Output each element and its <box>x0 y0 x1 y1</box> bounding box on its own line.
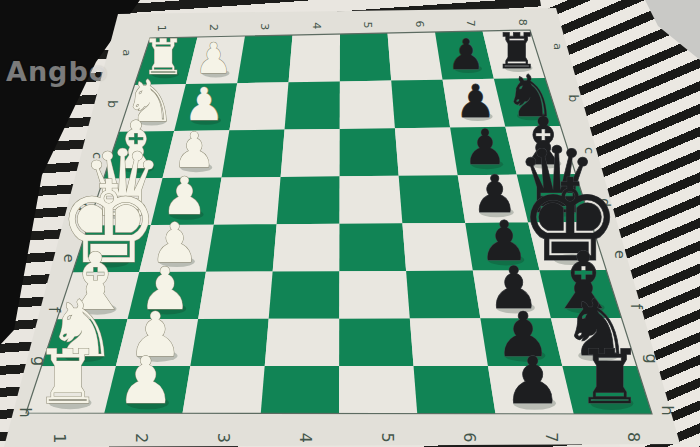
rank-label-bottom-2: 2 <box>132 433 151 443</box>
square-a6[interactable] <box>388 32 443 81</box>
rank-label-top-4: 4 <box>310 22 323 29</box>
rank-label-top-7: 7 <box>464 20 477 27</box>
square-e6[interactable] <box>402 223 472 271</box>
rank-label-bottom-3: 3 <box>214 433 233 443</box>
rank-label-top-5: 5 <box>361 21 374 28</box>
file-label-right-h: h <box>658 405 677 416</box>
square-d5[interactable] <box>340 176 403 224</box>
square-d3[interactable] <box>214 177 281 225</box>
square-c4[interactable] <box>281 129 340 177</box>
square-e5[interactable] <box>339 223 406 271</box>
rank-label-bottom-4: 4 <box>296 433 315 443</box>
square-f6[interactable] <box>406 271 480 319</box>
square-e3[interactable] <box>206 224 277 272</box>
piece-white-rook-h1[interactable]: ♜ <box>35 334 102 421</box>
rank-label-bottom-7: 7 <box>542 432 561 442</box>
file-label-left-a: a <box>120 49 134 56</box>
square-f3[interactable] <box>198 271 273 318</box>
chess-board: 1122334455667788aabbccddeeffgghh♜♟♟♜♞♟♟♞… <box>0 0 700 447</box>
square-c6[interactable] <box>395 127 458 175</box>
square-c3[interactable] <box>222 130 285 178</box>
chessboard-photo: 1122334455667788aabbccddeeffgghh♜♟♟♜♞♟♟♞… <box>0 0 700 447</box>
rank-label-top-3: 3 <box>258 23 271 30</box>
piece-black-pawn-h7[interactable]: ♟ <box>503 343 561 418</box>
square-b3[interactable] <box>229 82 288 130</box>
rank-label-top-2: 2 <box>207 24 220 31</box>
square-e4[interactable] <box>273 224 340 272</box>
rank-label-bottom-1: 1 <box>50 433 69 443</box>
piece-white-pawn-h2[interactable]: ♟ <box>116 343 174 418</box>
square-d6[interactable] <box>399 175 466 223</box>
square-b6[interactable] <box>391 80 450 128</box>
square-a4[interactable] <box>289 34 340 82</box>
square-d4[interactable] <box>277 176 340 224</box>
rank-label-bottom-6: 6 <box>460 432 479 442</box>
rank-label-top-6: 6 <box>413 21 426 28</box>
rank-label-bottom-5: 5 <box>378 433 397 443</box>
piece-black-rook-h8[interactable]: ♜ <box>576 334 643 421</box>
piece-white-pawn-a2[interactable]: ♟ <box>195 34 233 83</box>
square-b5[interactable] <box>340 81 395 129</box>
file-label-right-g: g <box>642 354 661 364</box>
square-h4[interactable] <box>261 366 339 413</box>
file-label-left-h: h <box>16 407 35 418</box>
square-g3[interactable] <box>190 319 268 366</box>
square-f4[interactable] <box>269 271 340 319</box>
file-label-right-b: b <box>566 95 580 103</box>
square-h5[interactable] <box>339 366 417 414</box>
square-f5[interactable] <box>339 271 410 319</box>
square-g4[interactable] <box>265 319 340 366</box>
square-h6[interactable] <box>414 366 496 414</box>
square-a5[interactable] <box>340 33 391 81</box>
rank-label-bottom-8: 8 <box>624 432 643 442</box>
square-a3[interactable] <box>237 35 292 83</box>
square-g5[interactable] <box>339 318 413 366</box>
file-label-right-a: a <box>551 43 565 50</box>
square-h3[interactable] <box>183 366 265 413</box>
square-g6[interactable] <box>410 318 488 366</box>
square-b4[interactable] <box>285 81 340 129</box>
square-c5[interactable] <box>340 128 399 176</box>
piece-black-pawn-a7[interactable]: ♟ <box>447 30 485 79</box>
